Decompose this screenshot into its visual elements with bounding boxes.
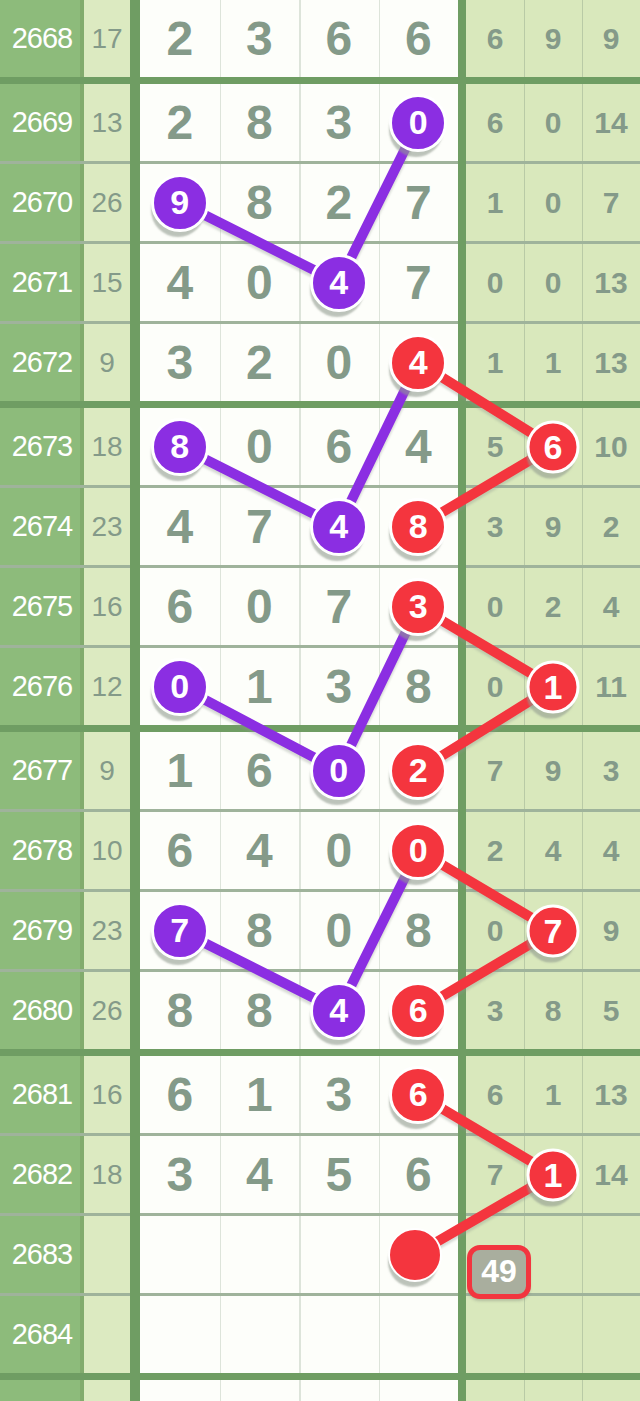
- red-circle: 6: [389, 1066, 447, 1124]
- red-circle: 1: [527, 660, 580, 713]
- red-circle: 6: [389, 982, 447, 1040]
- purple-circle: 4: [310, 498, 368, 556]
- red-circle: 3: [389, 578, 447, 636]
- purple-circle: 4: [310, 982, 368, 1040]
- purple-circle: 8: [151, 418, 209, 476]
- purple-circle: 9: [151, 174, 209, 232]
- red-circle: 8: [389, 498, 447, 556]
- red-circle: 2: [389, 742, 447, 800]
- purple-circle: 4: [310, 254, 368, 312]
- lottery-trend-chart[interactable]: 2668172366699266913283601426702682710726…: [0, 0, 640, 1401]
- purple-circle: 0: [151, 658, 209, 716]
- red-circle: 7: [527, 904, 580, 957]
- miss-count-badge: 49: [467, 1245, 531, 1299]
- red-circle: 1: [527, 1148, 580, 1201]
- red-circle: 6: [527, 420, 580, 473]
- purple-circle: 0: [389, 94, 447, 152]
- red-circle: 0: [389, 822, 447, 880]
- purple-circle: 0: [310, 742, 368, 800]
- purple-circle: 7: [151, 902, 209, 960]
- circles: 0944864830102077466149: [0, 0, 640, 1401]
- red-circle: 4: [389, 334, 447, 392]
- red-dot: [388, 1228, 442, 1282]
